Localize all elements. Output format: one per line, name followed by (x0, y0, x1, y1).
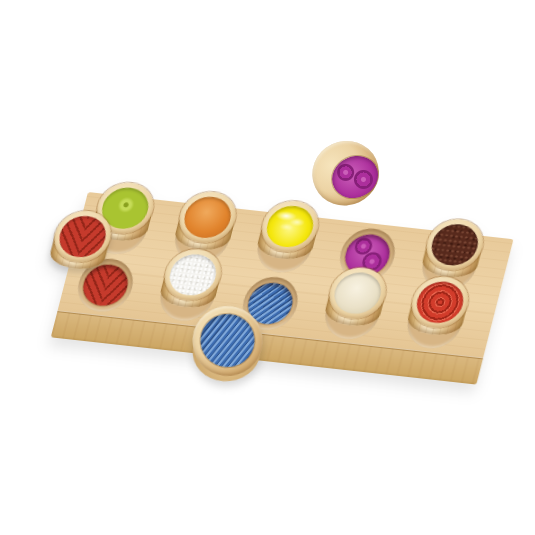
disc-blue-ridges-face (198, 311, 257, 369)
cell-r2c4 (304, 280, 401, 347)
disc-dark-brown-face (427, 222, 483, 268)
disc-red-chevron-face (55, 214, 111, 260)
disc-magenta-bumps-face (325, 149, 385, 206)
board (51, 192, 514, 384)
disc-orange-face (180, 194, 236, 240)
disc-red-rings-face (412, 279, 468, 325)
loose-disc-blue-ridges[interactable] (186, 302, 270, 388)
disc-yellow[interactable] (251, 198, 324, 274)
disc-cream-face (330, 270, 386, 316)
disc-yellow-face (262, 203, 318, 249)
cell-r1c3 (236, 213, 333, 280)
disc-white-face (165, 252, 221, 298)
product-photo-scene (0, 0, 535, 535)
cell-r2c5 (386, 289, 483, 356)
